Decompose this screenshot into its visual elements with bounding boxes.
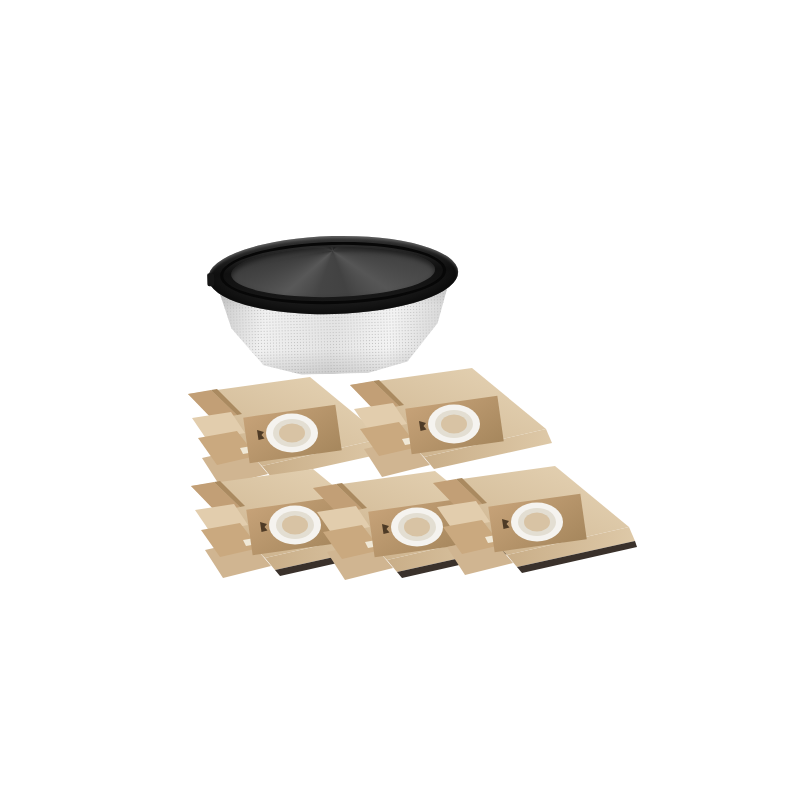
filter-rim-notch xyxy=(207,273,214,286)
product-photo xyxy=(0,0,800,800)
cloth-filter xyxy=(207,233,461,379)
dust-bag-5 xyxy=(429,461,641,581)
